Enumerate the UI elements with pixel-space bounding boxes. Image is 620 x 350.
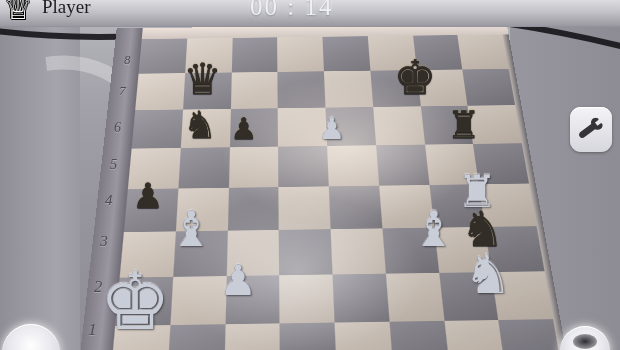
square-b1[interactable] [167, 324, 225, 350]
piece-white-king-a1[interactable]: ♚ [99, 262, 171, 342]
rank-label-3: 3 [100, 232, 108, 250]
button-glyph-partial [573, 334, 597, 349]
piece-black-king-g7[interactable]: ♚ [393, 53, 436, 101]
piece-white-bishop-g3[interactable]: ♝ [412, 205, 456, 254]
rank-label-7: 7 [119, 83, 126, 99]
game-clock: 00 : 14 [250, 0, 333, 21]
square-d4[interactable] [279, 186, 331, 230]
player-crown-icon: ♕ [4, 0, 33, 27]
square-c8[interactable] [231, 37, 277, 72]
piece-white-pawn-c2[interactable]: ♟ [219, 260, 257, 302]
square-e7[interactable] [324, 71, 373, 108]
square-c7[interactable] [230, 72, 278, 109]
chess-app-screen: 87654321 ♛♚♞♟♟♜♟♜♝♝♞♟♞♚ ♕ Player 00 : 14 [0, 0, 620, 350]
square-e8[interactable] [322, 36, 370, 71]
square-e5[interactable] [327, 145, 379, 186]
square-d8[interactable] [277, 37, 324, 72]
wrench-icon [576, 115, 605, 144]
rank-label-5: 5 [110, 156, 117, 173]
piece-white-bishop-b3[interactable]: ♝ [170, 205, 214, 254]
square-a7[interactable] [135, 73, 185, 110]
square-e4[interactable] [329, 186, 382, 229]
square-d1[interactable] [280, 323, 337, 350]
square-h7[interactable] [463, 69, 516, 106]
square-f5[interactable] [376, 145, 429, 186]
rank-label-1: 1 [88, 319, 97, 340]
square-b5[interactable] [178, 147, 229, 188]
square-d2[interactable] [279, 274, 334, 323]
square-c5[interactable] [228, 147, 278, 188]
player-name-label: Player [42, 0, 91, 18]
piece-black-pawn-a4[interactable]: ♟ [132, 179, 163, 214]
rank-label-4: 4 [105, 192, 113, 209]
square-d3[interactable] [279, 229, 333, 275]
square-g1[interactable] [444, 320, 506, 350]
square-e2[interactable] [333, 274, 390, 323]
rank-label-8: 8 [124, 52, 131, 68]
square-c4[interactable] [227, 187, 279, 231]
square-h8[interactable] [458, 35, 509, 70]
square-f2[interactable] [386, 273, 444, 322]
rank-label-6: 6 [114, 120, 121, 136]
square-d7[interactable] [278, 71, 326, 108]
square-d5[interactable] [278, 146, 329, 187]
square-e3[interactable] [331, 228, 386, 274]
square-a8[interactable] [139, 39, 187, 74]
piece-black-knight-b6[interactable]: ♞ [183, 106, 217, 144]
piece-white-pawn-e6[interactable]: ♟ [319, 114, 346, 144]
piece-black-queen-b7[interactable]: ♛ [183, 58, 222, 101]
settings-button[interactable] [570, 107, 612, 152]
piece-black-rook-h6[interactable]: ♜ [447, 106, 481, 144]
square-e1[interactable] [335, 322, 394, 350]
square-f6[interactable] [373, 106, 425, 145]
piece-black-pawn-c6[interactable]: ♟ [231, 114, 258, 144]
piece-white-knight-h2[interactable]: ♞ [464, 248, 512, 302]
square-c1[interactable] [224, 323, 281, 350]
square-a6[interactable] [132, 110, 183, 149]
square-h1[interactable] [499, 319, 563, 350]
square-f1[interactable] [389, 321, 449, 350]
square-b2[interactable] [170, 276, 226, 325]
